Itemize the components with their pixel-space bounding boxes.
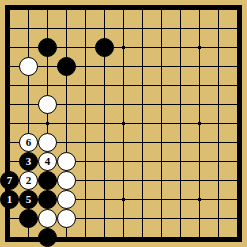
numbered-black-stone: 7 [0,171,19,190]
white-stone [38,95,57,114]
numbered-white-stone: 2 [19,171,38,190]
star-point [198,122,201,125]
star-point [122,122,125,125]
white-stone [38,209,57,228]
black-stone [95,38,114,57]
white-stone [57,209,76,228]
black-stone [38,190,57,209]
star-point [198,46,201,49]
star-point [122,198,125,201]
star-point [198,198,201,201]
white-stone [57,152,76,171]
go-board-grid: 6347215 [0,0,247,247]
numbered-black-stone: 5 [19,190,38,209]
numbered-white-stone: 6 [19,133,38,152]
white-stone [57,190,76,209]
black-stone [57,57,76,76]
black-stone [38,171,57,190]
black-stone [38,38,57,57]
black-stone [38,228,57,247]
star-point [122,46,125,49]
star-point [46,122,49,125]
numbered-white-stone: 4 [38,152,57,171]
black-stone [19,209,38,228]
white-stone [57,171,76,190]
white-stone [38,133,57,152]
numbered-black-stone: 1 [0,190,19,209]
numbered-black-stone: 3 [19,152,38,171]
white-stone [19,57,38,76]
go-board-diagram: 6347215 [0,0,247,247]
